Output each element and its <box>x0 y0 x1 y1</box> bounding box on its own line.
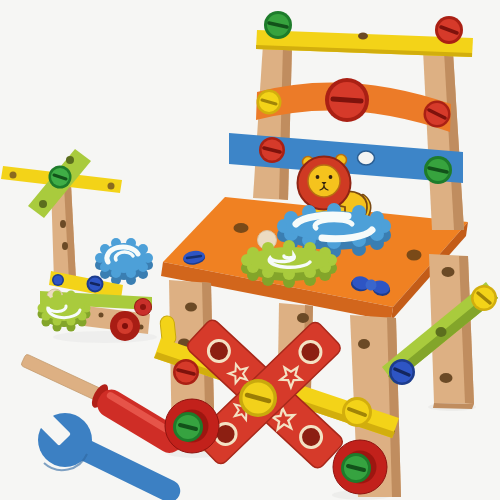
seat-hole <box>407 250 422 261</box>
bolt-red-large-center <box>325 78 369 122</box>
lion-face <box>308 165 340 197</box>
wheel-front-left <box>165 399 219 453</box>
slat-hole <box>10 172 17 179</box>
bolt-blue-brace <box>389 359 415 385</box>
leg-bottom-face <box>433 403 474 409</box>
slat-hole <box>66 156 74 164</box>
screw-red-stretcher <box>173 359 199 385</box>
left-build-wheel <box>110 311 140 341</box>
leg-hole <box>358 339 370 349</box>
slat-hole <box>108 183 115 190</box>
left-build-wheel-small <box>135 299 152 316</box>
toy-chair-photo <box>0 0 500 500</box>
seat-hole <box>234 223 249 233</box>
leg-hole <box>297 313 309 323</box>
left-build-blue-bolt-small <box>52 274 64 286</box>
screw-red-blue-slat <box>259 137 285 163</box>
leg-hole <box>185 303 197 312</box>
propeller-green-bolt <box>49 166 72 189</box>
cross-center-bolt-yellow <box>239 379 277 417</box>
wrench-jaw-mouth <box>37 412 52 427</box>
bolt-red-top <box>435 16 463 44</box>
screw-yellow-orange-slat <box>257 90 282 115</box>
wheel-front-right <box>333 440 387 494</box>
leg-hole <box>440 373 453 383</box>
bolt-green-top <box>264 11 292 39</box>
screw-red-orange-slat <box>424 101 451 128</box>
mast-hole <box>62 242 68 250</box>
screw-yellow-stretcher <box>342 397 372 427</box>
bolt-yellow-brace <box>471 285 497 311</box>
mast-hole <box>60 220 66 228</box>
left-build-blue-bolt <box>87 276 104 293</box>
bolt-green-blue-slat <box>424 156 452 184</box>
leg-hole <box>442 267 455 277</box>
slat-hole <box>39 200 47 208</box>
brace-hole <box>436 327 447 337</box>
blue-slat-hole <box>358 151 375 165</box>
scene-canvas <box>0 0 500 500</box>
top-slat-hole <box>358 33 368 40</box>
wood-bar-hole <box>99 313 104 318</box>
